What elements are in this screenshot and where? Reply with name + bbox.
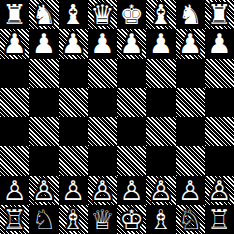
square-b4[interactable] xyxy=(29,117,58,146)
square-f1[interactable]: ♗ xyxy=(146,205,175,234)
square-d7[interactable]: ♟ xyxy=(88,29,117,58)
piece-black-pawn: ♟ xyxy=(61,30,85,57)
square-e7[interactable]: ♟ xyxy=(117,29,146,58)
square-a1[interactable]: ♖ xyxy=(0,205,29,234)
piece-white-pawn: ♙ xyxy=(3,177,27,204)
square-h3[interactable] xyxy=(205,146,234,175)
piece-black-pawn: ♟ xyxy=(207,30,231,57)
square-b3[interactable] xyxy=(29,146,58,175)
piece-black-bishop: ♝ xyxy=(61,1,85,28)
square-a4[interactable] xyxy=(0,117,29,146)
piece-black-pawn: ♟ xyxy=(178,30,202,57)
square-g2[interactable]: ♙ xyxy=(176,176,205,205)
square-c2[interactable]: ♙ xyxy=(59,176,88,205)
piece-black-king: ♚ xyxy=(120,1,144,28)
square-h8[interactable]: ♜ xyxy=(205,0,234,29)
square-e6[interactable] xyxy=(117,59,146,88)
square-c3[interactable] xyxy=(59,146,88,175)
square-c5[interactable] xyxy=(59,88,88,117)
piece-white-pawn: ♙ xyxy=(149,177,173,204)
square-g1[interactable]: ♘ xyxy=(176,205,205,234)
square-d4[interactable] xyxy=(88,117,117,146)
piece-black-knight: ♞ xyxy=(32,1,56,28)
square-h4[interactable] xyxy=(205,117,234,146)
piece-white-knight: ♘ xyxy=(32,206,56,233)
square-d5[interactable] xyxy=(88,88,117,117)
square-f8[interactable]: ♝ xyxy=(146,0,175,29)
square-c4[interactable] xyxy=(59,117,88,146)
piece-white-bishop: ♗ xyxy=(61,206,85,233)
square-h1[interactable]: ♖ xyxy=(205,205,234,234)
piece-black-pawn: ♟ xyxy=(120,30,144,57)
square-e5[interactable] xyxy=(117,88,146,117)
square-f7[interactable]: ♟ xyxy=(146,29,175,58)
square-f6[interactable] xyxy=(146,59,175,88)
piece-white-pawn: ♙ xyxy=(178,177,202,204)
square-d3[interactable] xyxy=(88,146,117,175)
square-b8[interactable]: ♞ xyxy=(29,0,58,29)
piece-black-pawn: ♟ xyxy=(90,30,114,57)
square-d1[interactable]: ♕ xyxy=(88,205,117,234)
square-b7[interactable]: ♟ xyxy=(29,29,58,58)
square-a2[interactable]: ♙ xyxy=(0,176,29,205)
square-a5[interactable] xyxy=(0,88,29,117)
square-c7[interactable]: ♟ xyxy=(59,29,88,58)
square-f4[interactable] xyxy=(146,117,175,146)
chess-board: ♜♞♝♛♚♝♞♜♟♟♟♟♟♟♟♟♙♙♙♙♙♙♙♙♖♘♗♕♔♗♘♖ xyxy=(0,0,234,234)
square-h6[interactable] xyxy=(205,59,234,88)
square-g7[interactable]: ♟ xyxy=(176,29,205,58)
piece-black-rook: ♜ xyxy=(207,1,231,28)
square-h7[interactable]: ♟ xyxy=(205,29,234,58)
square-c8[interactable]: ♝ xyxy=(59,0,88,29)
square-d8[interactable]: ♛ xyxy=(88,0,117,29)
square-h5[interactable] xyxy=(205,88,234,117)
piece-black-bishop: ♝ xyxy=(149,1,173,28)
piece-white-knight: ♘ xyxy=(178,206,202,233)
square-a3[interactable] xyxy=(0,146,29,175)
piece-white-pawn: ♙ xyxy=(61,177,85,204)
piece-white-pawn: ♙ xyxy=(32,177,56,204)
square-e2[interactable]: ♙ xyxy=(117,176,146,205)
square-f3[interactable] xyxy=(146,146,175,175)
square-e4[interactable] xyxy=(117,117,146,146)
square-h2[interactable]: ♙ xyxy=(205,176,234,205)
square-a6[interactable] xyxy=(0,59,29,88)
square-g6[interactable] xyxy=(176,59,205,88)
piece-black-rook: ♜ xyxy=(3,1,27,28)
piece-white-king: ♔ xyxy=(120,206,144,233)
square-f2[interactable]: ♙ xyxy=(146,176,175,205)
square-g8[interactable]: ♞ xyxy=(176,0,205,29)
square-c1[interactable]: ♗ xyxy=(59,205,88,234)
square-b1[interactable]: ♘ xyxy=(29,205,58,234)
square-d2[interactable]: ♙ xyxy=(88,176,117,205)
piece-white-queen: ♕ xyxy=(90,206,114,233)
piece-white-bishop: ♗ xyxy=(149,206,173,233)
square-b5[interactable] xyxy=(29,88,58,117)
square-e1[interactable]: ♔ xyxy=(117,205,146,234)
square-b6[interactable] xyxy=(29,59,58,88)
square-f5[interactable] xyxy=(146,88,175,117)
square-a8[interactable]: ♜ xyxy=(0,0,29,29)
piece-white-pawn: ♙ xyxy=(120,177,144,204)
square-d6[interactable] xyxy=(88,59,117,88)
square-g4[interactable] xyxy=(176,117,205,146)
piece-white-rook: ♖ xyxy=(3,206,27,233)
piece-black-pawn: ♟ xyxy=(149,30,173,57)
square-g3[interactable] xyxy=(176,146,205,175)
square-a7[interactable]: ♟ xyxy=(0,29,29,58)
square-g5[interactable] xyxy=(176,88,205,117)
piece-black-pawn: ♟ xyxy=(32,30,56,57)
piece-black-pawn: ♟ xyxy=(3,30,27,57)
square-c6[interactable] xyxy=(59,59,88,88)
square-e3[interactable] xyxy=(117,146,146,175)
piece-white-pawn: ♙ xyxy=(207,177,231,204)
piece-white-rook: ♖ xyxy=(207,206,231,233)
piece-black-queen: ♛ xyxy=(90,1,114,28)
square-b2[interactable]: ♙ xyxy=(29,176,58,205)
square-e8[interactable]: ♚ xyxy=(117,0,146,29)
piece-black-knight: ♞ xyxy=(178,1,202,28)
piece-white-pawn: ♙ xyxy=(90,177,114,204)
